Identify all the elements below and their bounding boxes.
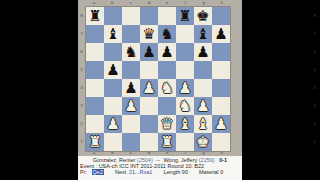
- black-pawn[interactable]: ♟: [196, 43, 209, 61]
- white-pawn[interactable]: ♟: [142, 79, 155, 97]
- file-label-c: c: [122, 150, 140, 156]
- rank-label-4: 4: [309, 78, 320, 96]
- rank-label-6: 6: [309, 42, 320, 60]
- square-b6[interactable]: [104, 43, 122, 61]
- white-pawn[interactable]: ♟: [178, 79, 191, 97]
- square-a8[interactable]: ♜: [86, 7, 104, 25]
- file-label-h: h: [213, 150, 231, 156]
- white-pawn[interactable]: ♟: [196, 97, 209, 115]
- square-g2[interactable]: ♝: [194, 115, 212, 133]
- white-king[interactable]: ♚: [196, 133, 209, 151]
- rank-labels-left: 87654321: [78, 6, 85, 150]
- square-a1[interactable]: ♜: [86, 133, 104, 151]
- square-f5[interactable]: [176, 61, 194, 79]
- white-bishop[interactable]: ♝: [196, 115, 209, 133]
- file-label-d: d: [140, 150, 158, 156]
- black-knight[interactable]: ♞: [124, 43, 137, 61]
- square-f7[interactable]: [176, 25, 194, 43]
- square-e4[interactable]: ♞: [158, 79, 176, 97]
- white-bishop[interactable]: ♝: [178, 115, 191, 133]
- material-value: 0: [220, 169, 223, 175]
- square-a5[interactable]: [86, 61, 104, 79]
- white-rook[interactable]: ♜: [160, 133, 173, 151]
- rank-label-2: 2: [309, 114, 320, 132]
- chess-viewer: abcdefgh ♜♜♚♝♛♞♝♟♞♟♟♟♟♟♟♞♟♟♞♟♟♛♝♝♟♜♜♚ ab…: [78, 0, 242, 180]
- game-result: 0-1: [219, 157, 227, 163]
- square-e8[interactable]: [158, 7, 176, 25]
- square-a7[interactable]: [86, 25, 104, 43]
- square-d4[interactable]: ♟: [140, 79, 158, 97]
- square-f8[interactable]: ♜: [176, 7, 194, 25]
- black-pawn[interactable]: ♟: [214, 25, 227, 43]
- black-queen[interactable]: ♛: [142, 25, 155, 43]
- file-label-b: b: [103, 150, 121, 156]
- white-knight[interactable]: ♞: [160, 79, 173, 97]
- square-f6[interactable]: [176, 43, 194, 61]
- black-rook[interactable]: ♜: [88, 7, 101, 25]
- square-b3[interactable]: [104, 97, 122, 115]
- rank-label-5: 5: [78, 60, 85, 78]
- file-label-a: a: [85, 150, 103, 156]
- black-rook[interactable]: ♜: [178, 7, 191, 25]
- square-d8[interactable]: [140, 7, 158, 25]
- square-a6[interactable]: [86, 43, 104, 61]
- black-pawn[interactable]: ♟: [106, 61, 119, 79]
- square-b7[interactable]: ♝: [104, 25, 122, 43]
- square-h3[interactable]: [212, 97, 230, 115]
- game-info-panel: Gonzalez, Renier (2504) -- Wong, Jeffery…: [78, 156, 242, 180]
- square-e3[interactable]: [158, 97, 176, 115]
- square-b8[interactable]: [104, 7, 122, 25]
- black-pawn[interactable]: ♟: [160, 43, 173, 61]
- rank-label-4: 4: [78, 78, 85, 96]
- white-rook[interactable]: ♜: [88, 133, 101, 151]
- material-label: Material: [199, 169, 219, 175]
- square-c4[interactable]: ♟: [122, 79, 140, 97]
- square-d1[interactable]: [140, 133, 158, 151]
- file-label-f: f: [176, 150, 194, 156]
- square-a3[interactable]: [86, 97, 104, 115]
- square-e6[interactable]: ♟: [158, 43, 176, 61]
- black-pawn[interactable]: ♟: [124, 79, 137, 97]
- square-h8[interactable]: [212, 7, 230, 25]
- square-e7[interactable]: ♞: [158, 25, 176, 43]
- rank-label-1: 1: [309, 132, 320, 150]
- square-g1[interactable]: ♚: [194, 133, 212, 151]
- file-label-e: e: [158, 150, 176, 156]
- white-pawn[interactable]: ♟: [124, 97, 137, 115]
- square-a2[interactable]: [86, 115, 104, 133]
- black-knight[interactable]: ♞: [160, 25, 173, 43]
- square-c5[interactable]: [122, 61, 140, 79]
- square-c2[interactable]: [122, 115, 140, 133]
- rank-label-3: 3: [309, 96, 320, 114]
- current-move-link[interactable]: Qe2: [92, 169, 104, 175]
- square-h5[interactable]: [212, 61, 230, 79]
- white-pawn[interactable]: ♟: [106, 115, 119, 133]
- square-f1[interactable]: [176, 133, 194, 151]
- square-h4[interactable]: [212, 79, 230, 97]
- rank-label-7: 7: [309, 24, 320, 42]
- rank-label-2: 2: [78, 114, 85, 132]
- square-g6[interactable]: ♟: [194, 43, 212, 61]
- square-g7[interactable]: ♝: [194, 25, 212, 43]
- square-b1[interactable]: [104, 133, 122, 151]
- white-queen[interactable]: ♛: [160, 115, 173, 133]
- length-label: Length: [163, 169, 180, 175]
- square-g5[interactable]: [194, 61, 212, 79]
- black-pawn[interactable]: ♟: [142, 43, 155, 61]
- square-c8[interactable]: [122, 7, 140, 25]
- square-h6[interactable]: [212, 43, 230, 61]
- next-move-link[interactable]: 21...Rxa1: [129, 169, 153, 175]
- square-c6[interactable]: ♞: [122, 43, 140, 61]
- file-labels-bottom: abcdefgh: [85, 150, 231, 156]
- square-h1[interactable]: [212, 133, 230, 151]
- square-g8[interactable]: ♚: [194, 7, 212, 25]
- square-h7[interactable]: ♟: [212, 25, 230, 43]
- square-f4[interactable]: ♟: [176, 79, 194, 97]
- left-black-bar: [0, 0, 78, 180]
- rank-label-3: 3: [78, 96, 85, 114]
- square-g3[interactable]: ♟: [194, 97, 212, 115]
- square-h2[interactable]: ♟: [212, 115, 230, 133]
- square-f3[interactable]: ♞: [176, 97, 194, 115]
- rank-label-1: 1: [78, 132, 85, 150]
- rank-label-5: 5: [309, 60, 320, 78]
- black-bishop[interactable]: ♝: [106, 25, 119, 43]
- square-c3[interactable]: ♟: [122, 97, 140, 115]
- white-pawn[interactable]: ♟: [214, 115, 227, 133]
- white-knight[interactable]: ♞: [178, 97, 191, 115]
- rank-label-8: 8: [309, 6, 320, 24]
- square-e5[interactable]: [158, 61, 176, 79]
- square-d7[interactable]: ♛: [140, 25, 158, 43]
- chess-board[interactable]: ♜♜♚♝♛♞♝♟♞♟♟♟♟♟♟♞♟♟♞♟♟♛♝♝♟♜♜♚: [85, 6, 231, 152]
- square-d6[interactable]: ♟: [140, 43, 158, 61]
- square-e2[interactable]: ♛: [158, 115, 176, 133]
- black-king[interactable]: ♚: [196, 7, 209, 25]
- move-status-line: Pr: Qe2 Next 21...Rxa1 Length 90 Materia…: [80, 169, 240, 175]
- prev-move-label: Pr:: [80, 169, 87, 175]
- square-a4[interactable]: [86, 79, 104, 97]
- square-b2[interactable]: ♟: [104, 115, 122, 133]
- length-value: 90: [182, 169, 188, 175]
- rank-label-8: 8: [78, 6, 85, 24]
- square-c7[interactable]: [122, 25, 140, 43]
- square-d3[interactable]: [140, 97, 158, 115]
- file-label-g: g: [195, 150, 213, 156]
- board-frame: abcdefgh ♜♜♚♝♛♞♝♟♞♟♟♟♟♟♟♞♟♟♞♟♟♛♝♝♟♜♜♚ ab…: [78, 0, 242, 156]
- square-e1[interactable]: ♜: [158, 133, 176, 151]
- square-c1[interactable]: [122, 133, 140, 151]
- square-f2[interactable]: ♝: [176, 115, 194, 133]
- black-bishop[interactable]: ♝: [196, 25, 209, 43]
- rank-labels-right: 87654321: [309, 6, 320, 150]
- square-b4[interactable]: [104, 79, 122, 97]
- rank-label-6: 6: [78, 42, 85, 60]
- next-move-label: Next: [115, 169, 126, 175]
- rank-label-7: 7: [78, 24, 85, 42]
- square-d5[interactable]: [140, 61, 158, 79]
- square-g4[interactable]: [194, 79, 212, 97]
- square-b5[interactable]: ♟: [104, 61, 122, 79]
- square-d2[interactable]: [140, 115, 158, 133]
